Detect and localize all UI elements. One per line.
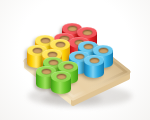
peg-hole (83, 30, 92, 35)
peg-hole (49, 60, 58, 65)
ring-green-g4 (51, 71, 71, 95)
toy-photo (0, 0, 150, 120)
peg-hole (33, 48, 42, 53)
peg-hole (84, 44, 93, 49)
peg-hole (75, 54, 84, 59)
peg-hole (68, 26, 77, 31)
peg-hole (64, 64, 73, 69)
peg-hole (56, 42, 65, 47)
ring-blue-b4 (84, 55, 104, 79)
peg-hole (57, 74, 66, 79)
peg-hole (42, 69, 51, 74)
peg-hole (90, 58, 99, 63)
rings-layer (0, 0, 150, 120)
peg-hole (41, 38, 50, 43)
peg-hole (99, 48, 108, 53)
